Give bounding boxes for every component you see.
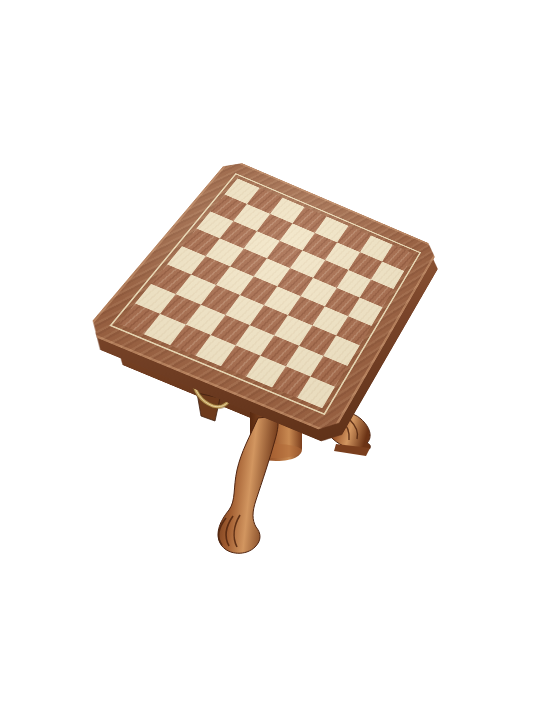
chess-table [0, 0, 540, 720]
product-photo [0, 0, 540, 720]
pedestal-leg-left [218, 416, 278, 553]
